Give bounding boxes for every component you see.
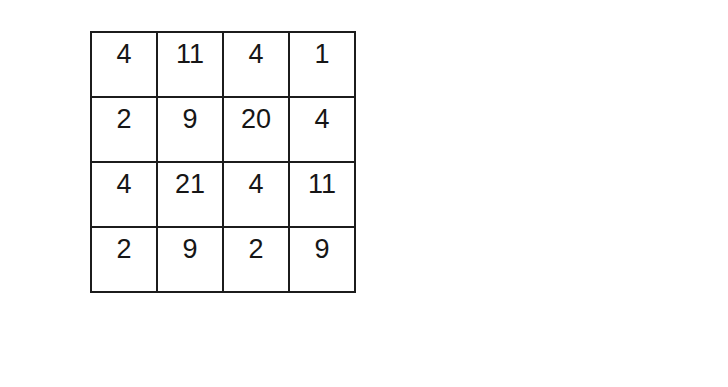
grid-cell-r1c0: 2 [92, 98, 156, 161]
grid-cell-r0c2: 4 [224, 33, 288, 96]
grid-cell-r2c0: 4 [92, 163, 156, 226]
grid-cell-r1c1: 9 [158, 98, 222, 161]
grid-cell-r0c0: 4 [92, 33, 156, 96]
grid-cell-r0c1: 11 [158, 33, 222, 96]
grid-cell-r0c3: 1 [290, 33, 354, 96]
grid-cell-r3c3: 9 [290, 228, 354, 291]
grid-cell-r1c3: 4 [290, 98, 354, 161]
grid-cell-r3c2: 2 [224, 228, 288, 291]
puzzle-grid: 4 11 4 1 2 9 20 4 4 21 4 11 2 9 2 9 [90, 31, 356, 293]
grid-cell-r2c3: 11 [290, 163, 354, 226]
grid-cell-r2c2: 4 [224, 163, 288, 226]
grid-cell-r3c1: 9 [158, 228, 222, 291]
grid-cell-r2c1: 21 [158, 163, 222, 226]
grid-cell-r1c2: 20 [224, 98, 288, 161]
grid-cell-r3c0: 2 [92, 228, 156, 291]
